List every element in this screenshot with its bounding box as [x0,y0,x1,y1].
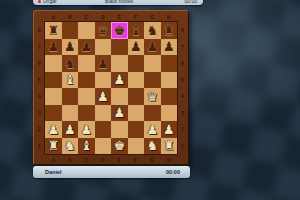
square-f8[interactable]: ♝ [128,22,145,39]
square-a6[interactable] [45,55,62,72]
square-g5[interactable] [144,72,161,89]
player-name: Daniel [45,169,62,175]
square-h2[interactable]: ♟ [161,121,178,138]
white-queen: ♛ [146,89,158,102]
coord-label-g: G [144,11,161,22]
coord-label-b: B [62,154,79,165]
square-d4[interactable]: ♟ [95,88,112,105]
square-b3[interactable] [62,105,79,122]
square-b5[interactable]: ♝ [62,72,79,89]
black-king: ♚ [113,23,125,36]
square-e7[interactable] [111,39,128,56]
black-rook: ♜ [163,23,175,36]
coord-label-d: D [95,11,112,22]
coord-label-2: 2 [177,121,188,138]
player-clock: 00:00 [166,169,180,175]
coord-label-7: 7 [34,39,45,56]
coord-label-5: 5 [177,72,188,89]
square-e2[interactable] [111,121,128,138]
square-a1[interactable]: ♜ [45,138,62,155]
square-c1[interactable]: ♝ [78,138,95,155]
opponent-clock: 00:00 [184,0,197,4]
square-h1[interactable]: ♜ [161,138,178,155]
square-d3[interactable] [95,105,112,122]
square-b2[interactable]: ♟ [62,121,79,138]
square-g3[interactable] [144,105,161,122]
coord-label-d: D [95,154,112,165]
white-king: ♚ [113,139,125,152]
white-knight: ♞ [146,139,158,152]
square-c3[interactable] [78,105,95,122]
player-color-dot-icon [38,0,41,3]
square-e3[interactable]: ♟ [111,105,128,122]
square-h5[interactable] [161,72,178,89]
black-rook: ♜ [47,23,59,36]
square-d7[interactable] [95,39,112,56]
black-pawn: ♟ [47,40,59,53]
square-c8[interactable] [78,22,95,39]
square-c2[interactable]: ♟ [78,121,95,138]
square-f1[interactable] [128,138,145,155]
coord-label-1: 1 [34,138,45,155]
coord-label-4: 4 [177,88,188,105]
white-pawn: ♟ [146,122,158,135]
square-f7[interactable]: ♟ [128,39,145,56]
file-labels-bottom: ABCDEFGH [45,154,177,165]
black-knight: ♞ [146,23,158,36]
coord-label-3: 3 [177,105,188,122]
square-b7[interactable]: ♟ [62,39,79,56]
coord-label-f: F [128,154,145,165]
coord-label-1: 1 [177,138,188,155]
black-pawn: ♟ [163,40,175,53]
square-d8[interactable]: ♛ [95,22,112,39]
square-e1[interactable]: ♚ [111,138,128,155]
square-f3[interactable] [128,105,145,122]
square-h6[interactable] [161,55,178,72]
white-bishop: ♝ [80,139,92,152]
square-g4[interactable]: ♛ [144,88,161,105]
coord-label-7: 7 [177,39,188,56]
white-bishop: ♝ [64,73,76,86]
coord-label-h: H [161,154,178,165]
square-c6[interactable] [78,55,95,72]
rank-labels-left: 87654321 [34,22,45,154]
square-e5[interactable]: ♟ [111,72,128,89]
square-g8[interactable]: ♞ [144,22,161,39]
white-rook: ♜ [47,139,59,152]
coord-label-8: 8 [177,22,188,39]
board-squares: ♜♛♚♝♞♜♟♟♟♟♟♟♞♟♝♟♟♛♟♟♟♟♟♟♜♞♝♚♞♜ [45,22,177,154]
coord-label-a: A [45,11,62,22]
square-a4[interactable] [45,88,62,105]
square-a3[interactable] [45,105,62,122]
white-pawn: ♟ [64,122,76,135]
coord-label-2: 2 [34,121,45,138]
player-bar: Daniel 00:00 [33,166,190,178]
opponent-name: Ungar [43,0,57,4]
square-b1[interactable]: ♞ [62,138,79,155]
white-rook: ♜ [163,139,175,152]
square-c7[interactable]: ♟ [78,39,95,56]
coord-label-c: C [78,11,95,22]
coord-label-4: 4 [34,88,45,105]
square-g6[interactable] [144,55,161,72]
square-e8[interactable]: ♚ [111,22,128,39]
coord-label-5: 5 [34,72,45,89]
white-pawn: ♟ [80,122,92,135]
black-pawn: ♟ [97,56,109,69]
square-a8[interactable]: ♜ [45,22,62,39]
square-d1[interactable] [95,138,112,155]
white-pawn: ♟ [113,73,125,86]
square-c4[interactable] [78,88,95,105]
coord-label-c: C [78,154,95,165]
square-b6[interactable]: ♞ [62,55,79,72]
coord-label-g: G [144,154,161,165]
square-g2[interactable]: ♟ [144,121,161,138]
square-h4[interactable] [161,88,178,105]
square-d2[interactable] [95,121,112,138]
coord-label-e: E [111,154,128,165]
square-d6[interactable]: ♟ [95,55,112,72]
black-knight: ♞ [64,56,76,69]
white-pawn: ♟ [97,89,109,102]
white-pawn: ♟ [113,106,125,119]
coord-label-6: 6 [177,55,188,72]
square-f5[interactable] [128,72,145,89]
square-f6[interactable] [128,55,145,72]
black-pawn: ♟ [146,40,158,53]
coord-label-b: B [62,11,79,22]
square-e6[interactable] [111,55,128,72]
black-queen: ♛ [97,23,109,36]
file-labels-top: ABCDEFGH [45,11,177,22]
coord-label-h: H [161,11,178,22]
square-d5[interactable] [95,72,112,89]
square-b4[interactable] [62,88,79,105]
black-pawn: ♟ [130,40,142,53]
chess-board-frame: ABCDEFGH ABCDEFGH 87654321 87654321 ♜♛♚♝… [33,10,189,165]
square-e4[interactable] [111,88,128,105]
square-f2[interactable] [128,121,145,138]
square-h8[interactable]: ♜ [161,22,178,39]
white-pawn: ♟ [47,122,59,135]
square-a2[interactable]: ♟ [45,121,62,138]
white-knight: ♞ [64,139,76,152]
coord-label-f: F [128,11,145,22]
coord-label-a: A [45,154,62,165]
square-b8[interactable] [62,22,79,39]
white-pawn: ♟ [163,122,175,135]
rank-labels-right: 87654321 [177,22,188,154]
coord-label-8: 8 [34,22,45,39]
app-window: Ungar Black moves 00:00 ABCDEFGH ABCDEFG… [0,0,300,200]
square-a7[interactable]: ♟ [45,39,62,56]
square-a5[interactable] [45,72,62,89]
black-pawn: ♟ [80,40,92,53]
square-g7[interactable]: ♟ [144,39,161,56]
black-bishop: ♝ [130,23,142,36]
square-h7[interactable]: ♟ [161,39,178,56]
square-c5[interactable] [78,72,95,89]
coord-label-e: E [111,11,128,22]
opponent-player-bar: Ungar Black moves 00:00 [33,0,203,5]
coord-label-6: 6 [34,55,45,72]
square-g1[interactable]: ♞ [144,138,161,155]
square-h3[interactable] [161,105,178,122]
square-f4[interactable] [128,88,145,105]
move-status-label: Black moves [105,0,133,4]
coord-label-3: 3 [34,105,45,122]
black-pawn: ♟ [64,40,76,53]
